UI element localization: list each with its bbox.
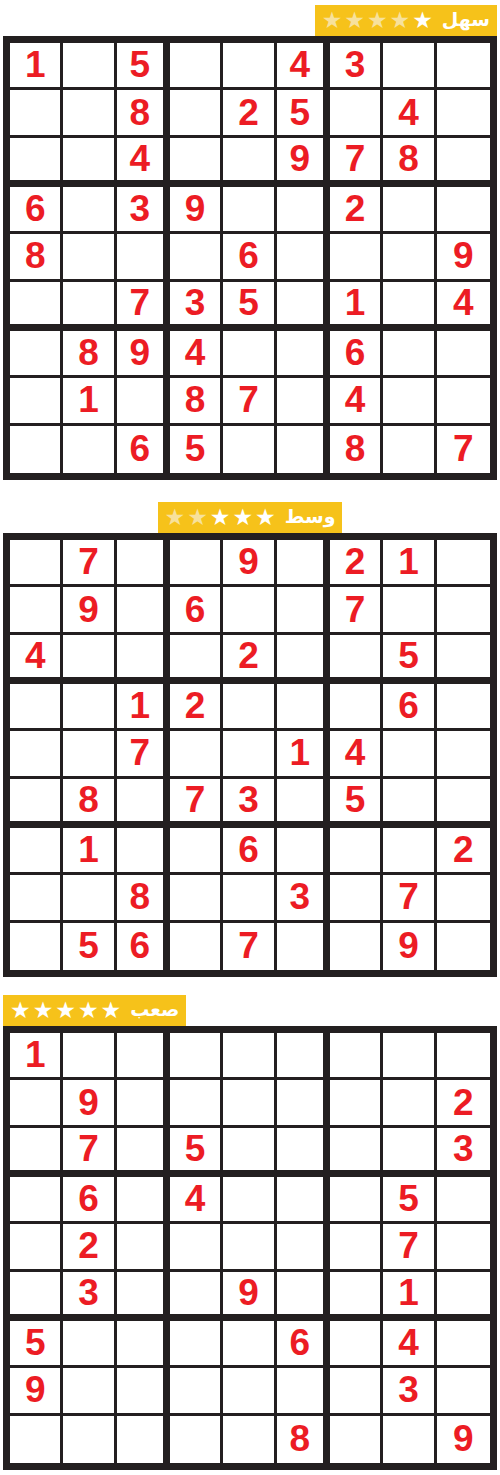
cell-hard-r5c9[interactable]	[437, 1224, 490, 1271]
cell-hard-r9c2[interactable]	[63, 1416, 116, 1463]
star-empty-icon: ★	[344, 9, 365, 32]
cell-medium-r5c5[interactable]	[223, 731, 276, 778]
sudoku-sheet: ★★★★★ سهل 154382544978639286973514894618…	[0, 0, 500, 1470]
cell-hard-r2c2[interactable]: 9	[63, 1080, 116, 1127]
difficulty-banner-hard: ★★★★★ صعب	[3, 995, 186, 1026]
cell-medium-r9c4[interactable]	[170, 923, 223, 970]
cell-easy-r1c8[interactable]	[383, 43, 436, 90]
puzzle-section-easy: ★★★★★ سهل 154382544978639286973514894618…	[0, 0, 500, 480]
cell-easy-r1c7[interactable]: 3	[330, 43, 383, 90]
cell-hard-r2c6[interactable]	[277, 1080, 330, 1127]
star-empty-icon: ★	[322, 9, 343, 32]
cell-hard-r4c5[interactable]	[223, 1177, 276, 1224]
cell-easy-r2c4[interactable]	[170, 90, 223, 137]
cell-medium-r1c9[interactable]	[437, 540, 490, 587]
cell-medium-r2c8[interactable]	[383, 587, 436, 634]
cell-medium-r3c1[interactable]: 4	[10, 635, 63, 684]
cell-medium-r1c5[interactable]: 9	[223, 540, 276, 587]
cell-hard-r3c3[interactable]	[117, 1128, 170, 1177]
cell-medium-r1c2[interactable]: 7	[63, 540, 116, 587]
cell-hard-r8c9[interactable]	[437, 1368, 490, 1415]
cell-medium-r5c8[interactable]	[383, 731, 436, 778]
cell-medium-r7c3[interactable]	[117, 828, 170, 875]
cell-medium-r7c9[interactable]: 2	[437, 828, 490, 875]
cell-easy-r8c8[interactable]	[383, 378, 436, 425]
cell-medium-r1c8[interactable]: 1	[383, 540, 436, 587]
cell-easy-r3c4[interactable]	[170, 138, 223, 187]
cell-hard-r7c9[interactable]	[437, 1321, 490, 1368]
cell-easy-r2c3[interactable]: 8	[117, 90, 170, 137]
cell-medium-r7c6[interactable]	[277, 828, 330, 875]
cell-easy-r7c5[interactable]	[223, 331, 276, 378]
cell-easy-r6c1[interactable]	[10, 282, 63, 331]
cell-easy-r2c8[interactable]: 4	[383, 90, 436, 137]
cell-easy-r6c3[interactable]: 7	[117, 282, 170, 331]
cell-hard-r7c4[interactable]	[170, 1321, 223, 1368]
cell-hard-r3c4[interactable]: 5	[170, 1128, 223, 1177]
cell-easy-r5c8[interactable]	[383, 234, 436, 281]
cell-easy-r5c6[interactable]	[277, 234, 330, 281]
cell-easy-r6c7[interactable]: 1	[330, 282, 383, 331]
cell-hard-r6c9[interactable]	[437, 1272, 490, 1321]
cell-medium-r8c6[interactable]: 3	[277, 875, 330, 922]
cell-easy-r4c7[interactable]: 2	[330, 187, 383, 234]
cell-medium-r9c5[interactable]: 7	[223, 923, 276, 970]
star-rating-hard: ★★★★★	[10, 999, 121, 1022]
cell-hard-r8c5[interactable]	[223, 1368, 276, 1415]
cell-hard-r4c9[interactable]	[437, 1177, 490, 1224]
cell-easy-r2c9[interactable]	[437, 90, 490, 137]
cell-medium-r4c1[interactable]	[10, 684, 63, 731]
cell-medium-r8c5[interactable]	[223, 875, 276, 922]
cell-medium-r9c6[interactable]	[277, 923, 330, 970]
cell-easy-r6c5[interactable]: 5	[223, 282, 276, 331]
cell-medium-r2c6[interactable]	[277, 587, 330, 634]
cell-medium-r8c7[interactable]	[330, 875, 383, 922]
difficulty-label-easy: سهل	[442, 4, 490, 38]
cell-medium-r5c1[interactable]	[10, 731, 63, 778]
cell-easy-r1c6[interactable]: 4	[277, 43, 330, 90]
cell-medium-r6c1[interactable]	[10, 779, 63, 828]
cell-hard-r4c7[interactable]	[330, 1177, 383, 1224]
cell-easy-r6c9[interactable]: 4	[437, 282, 490, 331]
cell-medium-r2c9[interactable]	[437, 587, 490, 634]
cell-medium-r8c8[interactable]: 7	[383, 875, 436, 922]
cell-medium-r3c4[interactable]	[170, 635, 223, 684]
cell-easy-r4c2[interactable]	[63, 187, 116, 234]
cell-hard-r9c8[interactable]	[383, 1416, 436, 1463]
cell-easy-r3c3[interactable]: 4	[117, 138, 170, 187]
cell-easy-r3c2[interactable]	[63, 138, 116, 187]
cell-medium-r6c9[interactable]	[437, 779, 490, 828]
cell-hard-r5c8[interactable]: 7	[383, 1224, 436, 1271]
cell-easy-r2c6[interactable]: 5	[277, 90, 330, 137]
sudoku-grid-hard: 192753645273915649389	[3, 1026, 497, 1470]
cell-hard-r6c5[interactable]: 9	[223, 1272, 276, 1321]
cell-medium-r5c4[interactable]	[170, 731, 223, 778]
cell-easy-r8c9[interactable]	[437, 378, 490, 425]
cell-easy-r9c8[interactable]	[383, 426, 436, 473]
cell-medium-r8c9[interactable]	[437, 875, 490, 922]
cell-hard-r5c5[interactable]	[223, 1224, 276, 1271]
star-filled-icon: ★	[412, 9, 433, 32]
sudoku-grid-easy: 154382544978639286973514894618746587	[3, 36, 497, 480]
cell-hard-r1c4[interactable]	[170, 1033, 223, 1080]
star-empty-icon: ★	[165, 506, 186, 529]
cell-medium-r8c4[interactable]	[170, 875, 223, 922]
cell-easy-r3c9[interactable]	[437, 138, 490, 187]
difficulty-banner-easy: ★★★★★ سهل	[315, 5, 497, 36]
cell-medium-r5c9[interactable]	[437, 731, 490, 778]
cell-easy-r2c1[interactable]	[10, 90, 63, 137]
cell-medium-r9c9[interactable]	[437, 923, 490, 970]
cell-hard-r2c4[interactable]	[170, 1080, 223, 1127]
cell-easy-r9c9[interactable]: 7	[437, 426, 490, 473]
cell-easy-r8c5[interactable]: 7	[223, 378, 276, 425]
cell-easy-r6c6[interactable]	[277, 282, 330, 331]
cell-easy-r2c2[interactable]	[63, 90, 116, 137]
cell-easy-r5c2[interactable]	[63, 234, 116, 281]
cell-hard-r6c2[interactable]: 3	[63, 1272, 116, 1321]
star-filled-icon: ★	[33, 999, 54, 1022]
cell-medium-r3c8[interactable]: 5	[383, 635, 436, 684]
cell-easy-r2c7[interactable]	[330, 90, 383, 137]
cell-easy-r8c6[interactable]	[277, 378, 330, 425]
cell-hard-r9c3[interactable]	[117, 1416, 170, 1463]
cell-easy-r4c4[interactable]: 9	[170, 187, 223, 234]
cell-medium-r2c5[interactable]	[223, 587, 276, 634]
cell-hard-r3c2[interactable]: 7	[63, 1128, 116, 1177]
cell-hard-r8c7[interactable]	[330, 1368, 383, 1415]
cell-easy-r9c3[interactable]: 6	[117, 426, 170, 473]
cell-hard-r4c6[interactable]	[277, 1177, 330, 1224]
cell-easy-r3c1[interactable]	[10, 138, 63, 187]
cell-medium-r1c7[interactable]: 2	[330, 540, 383, 587]
cell-medium-r6c5[interactable]: 3	[223, 779, 276, 828]
cell-hard-r1c7[interactable]	[330, 1033, 383, 1080]
cell-easy-r1c9[interactable]	[437, 43, 490, 90]
cell-hard-r8c6[interactable]	[277, 1368, 330, 1415]
cell-hard-r7c7[interactable]	[330, 1321, 383, 1368]
cell-easy-r8c7[interactable]: 4	[330, 378, 383, 425]
cell-easy-r3c7[interactable]: 7	[330, 138, 383, 187]
cell-easy-r1c3[interactable]: 5	[117, 43, 170, 90]
cell-easy-r5c9[interactable]: 9	[437, 234, 490, 281]
cell-easy-r7c9[interactable]	[437, 331, 490, 378]
cell-medium-r7c5[interactable]: 6	[223, 828, 276, 875]
cell-easy-r7c1[interactable]	[10, 331, 63, 378]
cell-medium-r7c4[interactable]	[170, 828, 223, 875]
cell-easy-r7c2[interactable]: 8	[63, 331, 116, 378]
cell-easy-r7c7[interactable]: 6	[330, 331, 383, 378]
cell-hard-r2c9[interactable]: 2	[437, 1080, 490, 1127]
cell-easy-r5c4[interactable]	[170, 234, 223, 281]
cell-medium-r7c7[interactable]	[330, 828, 383, 875]
cell-hard-r6c7[interactable]	[330, 1272, 383, 1321]
cell-hard-r7c3[interactable]	[117, 1321, 170, 1368]
cell-easy-r1c2[interactable]	[63, 43, 116, 90]
cell-medium-r5c2[interactable]	[63, 731, 116, 778]
cell-easy-r3c5[interactable]	[223, 138, 276, 187]
cell-medium-r2c3[interactable]	[117, 587, 170, 634]
cell-hard-r5c6[interactable]	[277, 1224, 330, 1271]
cell-medium-r2c1[interactable]	[10, 587, 63, 634]
cell-hard-r1c2[interactable]	[63, 1033, 116, 1080]
cell-medium-r4c5[interactable]	[223, 684, 276, 731]
cell-easy-r8c3[interactable]	[117, 378, 170, 425]
cell-hard-r9c7[interactable]	[330, 1416, 383, 1463]
cell-medium-r6c8[interactable]	[383, 779, 436, 828]
cell-easy-r5c5[interactable]: 6	[223, 234, 276, 281]
cell-hard-r6c3[interactable]	[117, 1272, 170, 1321]
cell-easy-r4c3[interactable]: 3	[117, 187, 170, 234]
cell-medium-r3c9[interactable]	[437, 635, 490, 684]
cell-medium-r6c7[interactable]: 5	[330, 779, 383, 828]
cell-easy-r4c6[interactable]	[277, 187, 330, 234]
cell-medium-r9c2[interactable]: 5	[63, 923, 116, 970]
cell-hard-r5c7[interactable]	[330, 1224, 383, 1271]
cell-easy-r3c8[interactable]: 8	[383, 138, 436, 187]
cell-medium-r1c6[interactable]	[277, 540, 330, 587]
cell-hard-r9c5[interactable]	[223, 1416, 276, 1463]
cell-easy-r5c3[interactable]	[117, 234, 170, 281]
cell-hard-r1c3[interactable]	[117, 1033, 170, 1080]
cell-hard-r6c8[interactable]: 1	[383, 1272, 436, 1321]
cell-hard-r4c4[interactable]: 4	[170, 1177, 223, 1224]
cell-easy-r4c8[interactable]	[383, 187, 436, 234]
cell-hard-r6c6[interactable]	[277, 1272, 330, 1321]
cell-medium-r3c3[interactable]	[117, 635, 170, 684]
cell-easy-r4c9[interactable]	[437, 187, 490, 234]
cell-easy-r7c4[interactable]: 4	[170, 331, 223, 378]
cell-easy-r1c4[interactable]	[170, 43, 223, 90]
cell-medium-r6c6[interactable]	[277, 779, 330, 828]
cell-easy-r6c8[interactable]	[383, 282, 436, 331]
cell-easy-r6c4[interactable]: 3	[170, 282, 223, 331]
cell-medium-r4c4[interactable]: 2	[170, 684, 223, 731]
cell-easy-r8c1[interactable]	[10, 378, 63, 425]
cell-hard-r3c9[interactable]: 3	[437, 1128, 490, 1177]
cell-hard-r8c4[interactable]	[170, 1368, 223, 1415]
cell-hard-r9c9[interactable]: 9	[437, 1416, 490, 1463]
cell-hard-r1c5[interactable]	[223, 1033, 276, 1080]
cell-easy-r9c1[interactable]	[10, 426, 63, 473]
cell-hard-r9c4[interactable]	[170, 1416, 223, 1463]
star-empty-icon: ★	[390, 9, 411, 32]
cell-easy-r9c5[interactable]	[223, 426, 276, 473]
cell-hard-r1c6[interactable]	[277, 1033, 330, 1080]
puzzle-section-medium: ★★★★★ وسط 792196742512671487351628375679	[0, 480, 500, 977]
cell-medium-r5c7[interactable]: 4	[330, 731, 383, 778]
banner-row-hard: ★★★★★ صعب	[0, 995, 500, 1026]
star-filled-icon: ★	[255, 506, 276, 529]
cell-hard-r4c1[interactable]	[10, 1177, 63, 1224]
cell-medium-r1c1[interactable]	[10, 540, 63, 587]
cell-easy-r3c6[interactable]: 9	[277, 138, 330, 187]
cell-medium-r8c3[interactable]: 8	[117, 875, 170, 922]
cell-hard-r2c8[interactable]	[383, 1080, 436, 1127]
cell-medium-r7c2[interactable]: 1	[63, 828, 116, 875]
star-filled-icon: ★	[55, 999, 76, 1022]
cell-hard-r8c8[interactable]: 3	[383, 1368, 436, 1415]
cell-medium-r3c7[interactable]	[330, 635, 383, 684]
cell-easy-r4c5[interactable]	[223, 187, 276, 234]
cell-medium-r9c8[interactable]: 9	[383, 923, 436, 970]
cell-hard-r3c7[interactable]	[330, 1128, 383, 1177]
cell-hard-r8c2[interactable]	[63, 1368, 116, 1415]
cell-easy-r9c6[interactable]	[277, 426, 330, 473]
cell-hard-r9c6[interactable]: 8	[277, 1416, 330, 1463]
cell-medium-r9c3[interactable]: 6	[117, 923, 170, 970]
difficulty-label-hard: صعب	[130, 994, 179, 1028]
cell-hard-r6c4[interactable]	[170, 1272, 223, 1321]
cell-medium-r7c1[interactable]	[10, 828, 63, 875]
cell-medium-r4c8[interactable]: 6	[383, 684, 436, 731]
cell-hard-r7c2[interactable]	[63, 1321, 116, 1368]
cell-hard-r7c5[interactable]	[223, 1321, 276, 1368]
cell-hard-r7c8[interactable]: 4	[383, 1321, 436, 1368]
cell-medium-r3c6[interactable]	[277, 635, 330, 684]
banner-row-easy: ★★★★★ سهل	[0, 5, 500, 36]
cell-medium-r1c4[interactable]	[170, 540, 223, 587]
cell-medium-r2c7[interactable]: 7	[330, 587, 383, 634]
cell-hard-r8c3[interactable]	[117, 1368, 170, 1415]
difficulty-banner-medium: ★★★★★ وسط	[158, 502, 343, 533]
cell-medium-r1c3[interactable]	[117, 540, 170, 587]
cell-medium-r3c5[interactable]: 2	[223, 635, 276, 684]
cell-medium-r4c2[interactable]	[63, 684, 116, 731]
cell-medium-r2c2[interactable]: 9	[63, 587, 116, 634]
cell-easy-r7c6[interactable]	[277, 331, 330, 378]
cell-easy-r7c8[interactable]	[383, 331, 436, 378]
cell-easy-r8c2[interactable]: 1	[63, 378, 116, 425]
sudoku-grid-medium: 792196742512671487351628375679	[3, 533, 497, 977]
cell-medium-r6c3[interactable]	[117, 779, 170, 828]
cell-hard-r5c4[interactable]	[170, 1224, 223, 1271]
cell-hard-r3c8[interactable]	[383, 1128, 436, 1177]
cell-medium-r4c7[interactable]	[330, 684, 383, 731]
cell-hard-r7c6[interactable]: 6	[277, 1321, 330, 1368]
star-rating-easy: ★★★★★	[322, 9, 433, 32]
cell-easy-r9c7[interactable]: 8	[330, 426, 383, 473]
cell-easy-r6c2[interactable]	[63, 282, 116, 331]
cell-hard-r6c1[interactable]	[10, 1272, 63, 1321]
star-rating-medium: ★★★★★	[165, 506, 276, 529]
cell-hard-r3c6[interactable]	[277, 1128, 330, 1177]
star-filled-icon: ★	[210, 506, 231, 529]
cell-medium-r8c2[interactable]	[63, 875, 116, 922]
cell-hard-r2c7[interactable]	[330, 1080, 383, 1127]
cell-hard-r2c1[interactable]	[10, 1080, 63, 1127]
cell-medium-r9c7[interactable]	[330, 923, 383, 970]
cell-easy-r9c4[interactable]: 5	[170, 426, 223, 473]
cell-hard-r2c3[interactable]	[117, 1080, 170, 1127]
cell-hard-r4c8[interactable]: 5	[383, 1177, 436, 1224]
cell-medium-r8c1[interactable]	[10, 875, 63, 922]
cell-hard-r5c3[interactable]	[117, 1224, 170, 1271]
cell-hard-r8c1[interactable]: 9	[10, 1368, 63, 1415]
cell-easy-r9c2[interactable]	[63, 426, 116, 473]
star-empty-icon: ★	[367, 9, 388, 32]
cell-easy-r1c1[interactable]: 1	[10, 43, 63, 90]
cell-hard-r4c2[interactable]: 6	[63, 1177, 116, 1224]
cell-hard-r1c1[interactable]: 1	[10, 1033, 63, 1080]
cell-medium-r3c2[interactable]	[63, 635, 116, 684]
cell-easy-r5c1[interactable]: 8	[10, 234, 63, 281]
cell-medium-r2c4[interactable]: 6	[170, 587, 223, 634]
puzzle-section-hard: ★★★★★ صعب 192753645273915649389	[0, 977, 500, 1470]
cell-medium-r7c8[interactable]	[383, 828, 436, 875]
star-filled-icon: ★	[10, 999, 31, 1022]
cell-medium-r4c3[interactable]: 1	[117, 684, 170, 731]
cell-hard-r1c9[interactable]	[437, 1033, 490, 1080]
star-filled-icon: ★	[78, 999, 99, 1022]
cell-hard-r4c3[interactable]	[117, 1177, 170, 1224]
star-empty-icon: ★	[187, 506, 208, 529]
cell-medium-r4c9[interactable]	[437, 684, 490, 731]
cell-hard-r3c1[interactable]	[10, 1128, 63, 1177]
cell-hard-r2c5[interactable]	[223, 1080, 276, 1127]
cell-medium-r6c2[interactable]: 8	[63, 779, 116, 828]
cell-easy-r1c5[interactable]	[223, 43, 276, 90]
cell-medium-r4c6[interactable]	[277, 684, 330, 731]
cell-medium-r9c1[interactable]	[10, 923, 63, 970]
cell-hard-r7c1[interactable]: 5	[10, 1321, 63, 1368]
banner-row-medium: ★★★★★ وسط	[0, 502, 500, 533]
cell-hard-r3c5[interactable]	[223, 1128, 276, 1177]
cell-easy-r2c5[interactable]: 2	[223, 90, 276, 137]
cell-hard-r9c1[interactable]	[10, 1416, 63, 1463]
cell-hard-r1c8[interactable]	[383, 1033, 436, 1080]
cell-easy-r4c1[interactable]: 6	[10, 187, 63, 234]
cell-easy-r7c3[interactable]: 9	[117, 331, 170, 378]
cell-easy-r5c7[interactable]	[330, 234, 383, 281]
cell-medium-r5c3[interactable]: 7	[117, 731, 170, 778]
cell-medium-r5c6[interactable]: 1	[277, 731, 330, 778]
cell-hard-r5c1[interactable]	[10, 1224, 63, 1271]
cell-easy-r8c4[interactable]: 8	[170, 378, 223, 425]
star-filled-icon: ★	[232, 506, 253, 529]
cell-hard-r5c2[interactable]: 2	[63, 1224, 116, 1271]
cell-medium-r6c4[interactable]: 7	[170, 779, 223, 828]
star-filled-icon: ★	[101, 999, 122, 1022]
difficulty-label-medium: وسط	[285, 501, 336, 535]
